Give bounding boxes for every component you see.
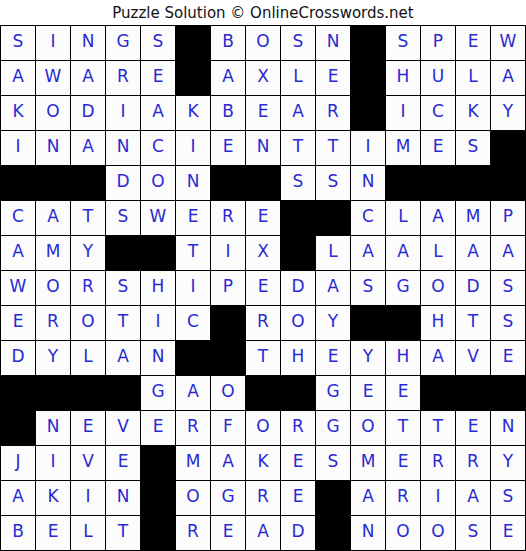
letter-cell-r12c11: O xyxy=(351,411,386,446)
letter-cell-r4c13: E xyxy=(421,131,456,166)
block-cell-r11c13 xyxy=(421,376,456,411)
letter-cell-r12c15: N xyxy=(491,411,526,446)
letter-cell-r15c14: S xyxy=(456,516,491,551)
letter-cell-r12c3: E xyxy=(71,411,106,446)
letter-cell-r15c4: T xyxy=(106,516,141,551)
letter-cell-r9c10: Y xyxy=(316,306,351,341)
letter-cell-r10c3: L xyxy=(71,341,106,376)
letter-cell-r10c9: H xyxy=(281,341,316,376)
block-cell-r11c2 xyxy=(36,376,71,411)
letter-cell-r4c9: T xyxy=(281,131,316,166)
page-title: Puzzle Solution © OnlineCrosswords.net xyxy=(0,0,526,25)
letter-cell-r2c15: A xyxy=(491,61,526,96)
letter-cell-r2c2: W xyxy=(36,61,71,96)
letter-cell-r6c2: A xyxy=(36,201,71,236)
block-cell-r5c3 xyxy=(71,166,106,201)
block-cell-r15c5 xyxy=(141,516,176,551)
letter-cell-r13c4: E xyxy=(106,446,141,481)
block-cell-r7c5 xyxy=(141,236,176,271)
letter-cell-r13c11: M xyxy=(351,446,386,481)
letter-cell-r15c6: R xyxy=(176,516,211,551)
letter-cell-r3c13: C xyxy=(421,96,456,131)
letter-cell-r4c4: N xyxy=(106,131,141,166)
letter-cell-r8c4: S xyxy=(106,271,141,306)
block-cell-r10c6 xyxy=(176,341,211,376)
letter-cell-r1c5: S xyxy=(141,26,176,61)
block-cell-r11c1 xyxy=(1,376,36,411)
letter-cell-r3c1: K xyxy=(1,96,36,131)
letter-cell-r4c5: C xyxy=(141,131,176,166)
letter-cell-r5c6: N xyxy=(176,166,211,201)
letter-cell-r7c3: Y xyxy=(71,236,106,271)
letter-cell-r10c11: Y xyxy=(351,341,386,376)
block-cell-r5c8 xyxy=(246,166,281,201)
letter-cell-r11c12: E xyxy=(386,376,421,411)
letter-cell-r14c1: A xyxy=(1,481,36,516)
letter-cell-r1c13: P xyxy=(421,26,456,61)
letter-cell-r12c4: V xyxy=(106,411,141,446)
letter-cell-r12c14: E xyxy=(456,411,491,446)
block-cell-r5c12 xyxy=(386,166,421,201)
letter-cell-r3c3: D xyxy=(71,96,106,131)
letter-cell-r10c8: T xyxy=(246,341,281,376)
letter-cell-r14c13: I xyxy=(421,481,456,516)
letter-cell-r11c6: A xyxy=(176,376,211,411)
letter-cell-r12c13: T xyxy=(421,411,456,446)
letter-cell-r8c9: D xyxy=(281,271,316,306)
letter-cell-r2c7: A xyxy=(211,61,246,96)
letter-cell-r7c1: A xyxy=(1,236,36,271)
letter-cell-r5c10: S xyxy=(316,166,351,201)
letter-cell-r9c3: O xyxy=(71,306,106,341)
block-cell-r9c12 xyxy=(386,306,421,341)
letter-cell-r14c8: R xyxy=(246,481,281,516)
letter-cell-r1c14: E xyxy=(456,26,491,61)
letter-cell-r10c1: D xyxy=(1,341,36,376)
letter-cell-r2c5: E xyxy=(141,61,176,96)
letter-cell-r6c13: A xyxy=(421,201,456,236)
letter-cell-r2c10: E xyxy=(316,61,351,96)
letter-cell-r11c5: G xyxy=(141,376,176,411)
letter-cell-r7c13: L xyxy=(421,236,456,271)
letter-cell-r6c3: T xyxy=(71,201,106,236)
letter-cell-r9c15: S xyxy=(491,306,526,341)
letter-cell-r5c9: S xyxy=(281,166,316,201)
letter-cell-r6c1: C xyxy=(1,201,36,236)
letter-cell-r4c14: S xyxy=(456,131,491,166)
letter-cell-r2c9: L xyxy=(281,61,316,96)
letter-cell-r7c8: X xyxy=(246,236,281,271)
letter-cell-r6c4: S xyxy=(106,201,141,236)
letter-cell-r15c15: E xyxy=(491,516,526,551)
letter-cell-r8c14: D xyxy=(456,271,491,306)
block-cell-r14c10 xyxy=(316,481,351,516)
letter-cell-r9c13: H xyxy=(421,306,456,341)
letter-cell-r3c15: Y xyxy=(491,96,526,131)
letter-cell-r6c5: W xyxy=(141,201,176,236)
letter-cell-r4c11: I xyxy=(351,131,386,166)
letter-cell-r15c11: N xyxy=(351,516,386,551)
letter-cell-r3c5: A xyxy=(141,96,176,131)
letter-cell-r4c7: E xyxy=(211,131,246,166)
letter-cell-r13c2: I xyxy=(36,446,71,481)
letter-cell-r14c15: S xyxy=(491,481,526,516)
letter-cell-r13c8: K xyxy=(246,446,281,481)
letter-cell-r13c7: A xyxy=(211,446,246,481)
letter-cell-r8c10: A xyxy=(316,271,351,306)
letter-cell-r8c13: O xyxy=(421,271,456,306)
letter-cell-r9c14: T xyxy=(456,306,491,341)
letter-cell-r4c8: N xyxy=(246,131,281,166)
letter-cell-r14c7: G xyxy=(211,481,246,516)
letter-cell-r15c2: E xyxy=(36,516,71,551)
letter-cell-r7c2: M xyxy=(36,236,71,271)
letter-cell-r3c14: K xyxy=(456,96,491,131)
block-cell-r5c14 xyxy=(456,166,491,201)
block-cell-r5c13 xyxy=(421,166,456,201)
letter-cell-r14c11: A xyxy=(351,481,386,516)
letter-cell-r11c7: O xyxy=(211,376,246,411)
letter-cell-r7c15: A xyxy=(491,236,526,271)
letter-cell-r1c1: S xyxy=(1,26,36,61)
letter-cell-r10c4: A xyxy=(106,341,141,376)
letter-cell-r14c12: R xyxy=(386,481,421,516)
letter-cell-r14c14: A xyxy=(456,481,491,516)
block-cell-r14c5 xyxy=(141,481,176,516)
letter-cell-r13c15: Y xyxy=(491,446,526,481)
letter-cell-r9c8: R xyxy=(246,306,281,341)
letter-cell-r3c9: A xyxy=(281,96,316,131)
block-cell-r11c8 xyxy=(246,376,281,411)
block-cell-r12c1 xyxy=(1,411,36,446)
letter-cell-r1c8: O xyxy=(246,26,281,61)
letter-cell-r12c9: R xyxy=(281,411,316,446)
letter-cell-r9c9: O xyxy=(281,306,316,341)
block-cell-r11c15 xyxy=(491,376,526,411)
letter-cell-r15c12: O xyxy=(386,516,421,551)
letter-cell-r14c4: N xyxy=(106,481,141,516)
block-cell-r2c11 xyxy=(351,61,386,96)
letter-cell-r3c12: I xyxy=(386,96,421,131)
letter-cell-r6c15: P xyxy=(491,201,526,236)
letter-cell-r4c6: I xyxy=(176,131,211,166)
letter-cell-r8c11: S xyxy=(351,271,386,306)
block-cell-r11c14 xyxy=(456,376,491,411)
letter-cell-r8c3: R xyxy=(71,271,106,306)
letter-cell-r8c5: H xyxy=(141,271,176,306)
letter-cell-r13c9: E xyxy=(281,446,316,481)
letter-cell-r7c11: A xyxy=(351,236,386,271)
letter-cell-r8c8: E xyxy=(246,271,281,306)
letter-cell-r12c10: G xyxy=(316,411,351,446)
letter-cell-r4c10: T xyxy=(316,131,351,166)
letter-cell-r2c13: U xyxy=(421,61,456,96)
letter-cell-r5c11: N xyxy=(351,166,386,201)
block-cell-r1c6 xyxy=(176,26,211,61)
letter-cell-r7c10: L xyxy=(316,236,351,271)
letter-cell-r2c3: A xyxy=(71,61,106,96)
letter-cell-r3c6: K xyxy=(176,96,211,131)
letter-cell-r15c13: O xyxy=(421,516,456,551)
block-cell-r9c11 xyxy=(351,306,386,341)
block-cell-r1c11 xyxy=(351,26,386,61)
letter-cell-r13c12: E xyxy=(386,446,421,481)
letter-cell-r8c12: G xyxy=(386,271,421,306)
letter-cell-r15c8: A xyxy=(246,516,281,551)
letter-cell-r15c7: E xyxy=(211,516,246,551)
letter-cell-r7c6: T xyxy=(176,236,211,271)
block-cell-r7c9 xyxy=(281,236,316,271)
letter-cell-r12c7: F xyxy=(211,411,246,446)
letter-cell-r6c12: L xyxy=(386,201,421,236)
crossword-grid: SINGSBOSNSPEWAWAREAXLEHULAKODIAKBEARICKY… xyxy=(0,25,526,551)
letter-cell-r7c12: A xyxy=(386,236,421,271)
letter-cell-r7c7: I xyxy=(211,236,246,271)
letter-cell-r14c2: K xyxy=(36,481,71,516)
letter-cell-r2c14: L xyxy=(456,61,491,96)
letter-cell-r2c1: A xyxy=(1,61,36,96)
letter-cell-r10c12: H xyxy=(386,341,421,376)
letter-cell-r9c6: C xyxy=(176,306,211,341)
letter-cell-r13c13: R xyxy=(421,446,456,481)
letter-cell-r9c5: I xyxy=(141,306,176,341)
letter-cell-r13c6: M xyxy=(176,446,211,481)
letter-cell-r4c3: A xyxy=(71,131,106,166)
block-cell-r4c15 xyxy=(491,131,526,166)
letter-cell-r8c2: O xyxy=(36,271,71,306)
letter-cell-r4c12: M xyxy=(386,131,421,166)
letter-cell-r6c7: R xyxy=(211,201,246,236)
letter-cell-r5c5: O xyxy=(141,166,176,201)
letter-cell-r4c2: N xyxy=(36,131,71,166)
letter-cell-r3c10: R xyxy=(316,96,351,131)
letter-cell-r3c4: I xyxy=(106,96,141,131)
letter-cell-r1c15: W xyxy=(491,26,526,61)
letter-cell-r2c4: R xyxy=(106,61,141,96)
letter-cell-r12c12: T xyxy=(386,411,421,446)
letter-cell-r10c2: Y xyxy=(36,341,71,376)
letter-cell-r8c6: I xyxy=(176,271,211,306)
letter-cell-r6c11: C xyxy=(351,201,386,236)
letter-cell-r14c6: O xyxy=(176,481,211,516)
letter-cell-r12c6: R xyxy=(176,411,211,446)
block-cell-r11c4 xyxy=(106,376,141,411)
letter-cell-r9c4: T xyxy=(106,306,141,341)
letter-cell-r15c9: D xyxy=(281,516,316,551)
letter-cell-r9c2: R xyxy=(36,306,71,341)
letter-cell-r2c12: H xyxy=(386,61,421,96)
letter-cell-r6c6: E xyxy=(176,201,211,236)
letter-cell-r1c10: N xyxy=(316,26,351,61)
letter-cell-r6c14: M xyxy=(456,201,491,236)
letter-cell-r13c1: J xyxy=(1,446,36,481)
letter-cell-r10c14: V xyxy=(456,341,491,376)
block-cell-r11c3 xyxy=(71,376,106,411)
letter-cell-r3c7: B xyxy=(211,96,246,131)
letter-cell-r13c14: R xyxy=(456,446,491,481)
letter-cell-r4c1: I xyxy=(1,131,36,166)
letter-cell-r1c7: B xyxy=(211,26,246,61)
block-cell-r13c5 xyxy=(141,446,176,481)
letter-cell-r13c3: V xyxy=(71,446,106,481)
letter-cell-r10c13: A xyxy=(421,341,456,376)
letter-cell-r3c8: E xyxy=(246,96,281,131)
letter-cell-r1c3: N xyxy=(71,26,106,61)
letter-cell-r11c11: E xyxy=(351,376,386,411)
block-cell-r3c11 xyxy=(351,96,386,131)
letter-cell-r3c2: O xyxy=(36,96,71,131)
letter-cell-r8c7: P xyxy=(211,271,246,306)
block-cell-r5c1 xyxy=(1,166,36,201)
block-cell-r11c9 xyxy=(281,376,316,411)
letter-cell-r1c9: S xyxy=(281,26,316,61)
letter-cell-r8c1: W xyxy=(1,271,36,306)
letter-cell-r14c3: I xyxy=(71,481,106,516)
block-cell-r2c6 xyxy=(176,61,211,96)
letter-cell-r14c9: E xyxy=(281,481,316,516)
block-cell-r5c15 xyxy=(491,166,526,201)
letter-cell-r12c2: N xyxy=(36,411,71,446)
letter-cell-r11c10: G xyxy=(316,376,351,411)
letter-cell-r12c8: O xyxy=(246,411,281,446)
block-cell-r15c10 xyxy=(316,516,351,551)
letter-cell-r13c10: S xyxy=(316,446,351,481)
letter-cell-r2c8: X xyxy=(246,61,281,96)
block-cell-r10c7 xyxy=(211,341,246,376)
block-cell-r7c4 xyxy=(106,236,141,271)
block-cell-r6c10 xyxy=(316,201,351,236)
block-cell-r9c7 xyxy=(211,306,246,341)
letter-cell-r1c4: G xyxy=(106,26,141,61)
letter-cell-r7c14: A xyxy=(456,236,491,271)
letter-cell-r10c5: N xyxy=(141,341,176,376)
block-cell-r5c7 xyxy=(211,166,246,201)
letter-cell-r10c10: E xyxy=(316,341,351,376)
block-cell-r5c2 xyxy=(36,166,71,201)
letter-cell-r1c2: I xyxy=(36,26,71,61)
letter-cell-r9c1: E xyxy=(1,306,36,341)
block-cell-r6c9 xyxy=(281,201,316,236)
letter-cell-r12c5: E xyxy=(141,411,176,446)
letter-cell-r1c12: S xyxy=(386,26,421,61)
letter-cell-r10c15: E xyxy=(491,341,526,376)
letter-cell-r5c4: D xyxy=(106,166,141,201)
letter-cell-r6c8: E xyxy=(246,201,281,236)
letter-cell-r15c3: L xyxy=(71,516,106,551)
letter-cell-r8c15: S xyxy=(491,271,526,306)
letter-cell-r15c1: B xyxy=(1,516,36,551)
